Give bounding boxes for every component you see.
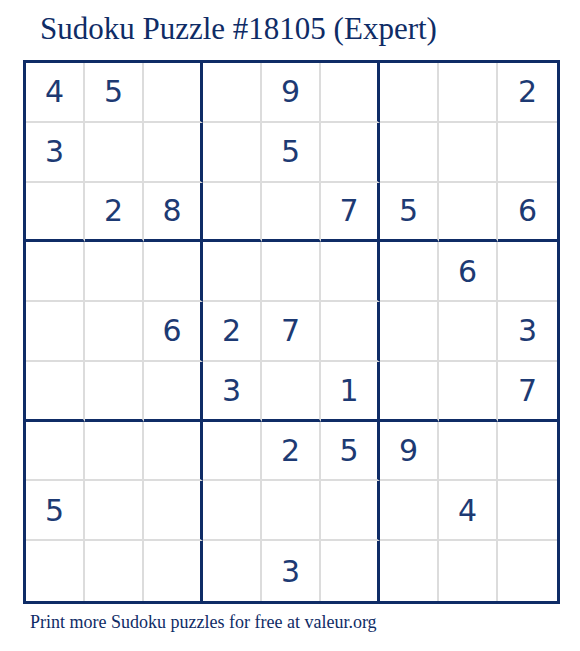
cell-r6c9: 7	[498, 362, 557, 422]
cell-r2c1: 3	[26, 123, 85, 183]
cell-r5c2	[85, 302, 144, 362]
cell-r9c9	[498, 541, 557, 601]
cell-r2c7	[380, 123, 439, 183]
cell-r4c6	[321, 242, 380, 302]
cell-r1c4	[203, 63, 262, 123]
cell-r3c5	[262, 183, 321, 243]
cell-r7c7: 9	[380, 422, 439, 482]
cell-r5c3: 6	[144, 302, 203, 362]
cell-r4c4	[203, 242, 262, 302]
cell-r5c1	[26, 302, 85, 362]
cell-r4c2	[85, 242, 144, 302]
cell-r1c1: 4	[26, 63, 85, 123]
cell-r8c5	[262, 481, 321, 541]
cell-r1c7	[380, 63, 439, 123]
cell-r2c5: 5	[262, 123, 321, 183]
cell-r7c8	[439, 422, 498, 482]
cell-r2c6	[321, 123, 380, 183]
cell-r6c1	[26, 362, 85, 422]
cell-r4c3	[144, 242, 203, 302]
cell-r8c8: 4	[439, 481, 498, 541]
cell-r9c5: 3	[262, 541, 321, 601]
cell-r6c8	[439, 362, 498, 422]
sudoku-page: Sudoku Puzzle #18105 (Expert) 4592352875…	[0, 0, 580, 651]
cell-r4c8: 6	[439, 242, 498, 302]
cell-r5c9: 3	[498, 302, 557, 362]
cell-r2c8	[439, 123, 498, 183]
cell-r2c2	[85, 123, 144, 183]
cell-r1c5: 9	[262, 63, 321, 123]
cell-r7c3	[144, 422, 203, 482]
cell-r1c9: 2	[498, 63, 557, 123]
cell-r3c7: 5	[380, 183, 439, 243]
cell-r1c6	[321, 63, 380, 123]
cell-r7c9	[498, 422, 557, 482]
cell-r6c3	[144, 362, 203, 422]
cell-r9c7	[380, 541, 439, 601]
cell-r8c7	[380, 481, 439, 541]
cell-r3c4	[203, 183, 262, 243]
cell-r6c2	[85, 362, 144, 422]
cell-r8c6	[321, 481, 380, 541]
cell-r8c3	[144, 481, 203, 541]
cell-r9c2	[85, 541, 144, 601]
cell-r8c2	[85, 481, 144, 541]
cell-r7c2	[85, 422, 144, 482]
cell-r5c6	[321, 302, 380, 362]
cell-r1c3	[144, 63, 203, 123]
cell-r3c1	[26, 183, 85, 243]
sudoku-board: 4592352875666273317259543	[23, 60, 560, 604]
cell-r3c6: 7	[321, 183, 380, 243]
cell-r4c7	[380, 242, 439, 302]
cell-r1c2: 5	[85, 63, 144, 123]
cell-r4c9	[498, 242, 557, 302]
cell-r3c2: 2	[85, 183, 144, 243]
cell-r3c8	[439, 183, 498, 243]
cell-r8c4	[203, 481, 262, 541]
cell-r7c4	[203, 422, 262, 482]
cell-r4c1	[26, 242, 85, 302]
cell-r4c5	[262, 242, 321, 302]
page-title: Sudoku Puzzle #18105 (Expert)	[40, 12, 437, 46]
cell-r8c9	[498, 481, 557, 541]
cell-r7c1	[26, 422, 85, 482]
footer-text: Print more Sudoku puzzles for free at va…	[30, 612, 377, 633]
cell-r6c7	[380, 362, 439, 422]
cell-r2c3	[144, 123, 203, 183]
cell-r5c8	[439, 302, 498, 362]
cell-r7c5: 2	[262, 422, 321, 482]
cell-r9c6	[321, 541, 380, 601]
cell-r5c7	[380, 302, 439, 362]
cell-r1c8	[439, 63, 498, 123]
cell-r3c9: 6	[498, 183, 557, 243]
cell-r6c4: 3	[203, 362, 262, 422]
cell-r6c5	[262, 362, 321, 422]
cell-r5c5: 7	[262, 302, 321, 362]
cell-r2c4	[203, 123, 262, 183]
cell-r7c6: 5	[321, 422, 380, 482]
cell-r6c6: 1	[321, 362, 380, 422]
cell-r9c8	[439, 541, 498, 601]
cell-r3c3: 8	[144, 183, 203, 243]
cell-r9c1	[26, 541, 85, 601]
cell-r9c4	[203, 541, 262, 601]
cell-r9c3	[144, 541, 203, 601]
cell-r8c1: 5	[26, 481, 85, 541]
cell-r5c4: 2	[203, 302, 262, 362]
cell-r2c9	[498, 123, 557, 183]
